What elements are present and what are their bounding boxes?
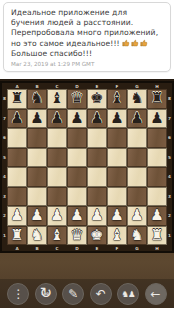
square-h1[interactable]: ♜: [147, 226, 167, 246]
file-label-a-bottom: A: [7, 245, 27, 251]
square-d6[interactable]: [67, 128, 87, 148]
bottom-toolbar: ⋮↻180°✎↶♞♟←: [0, 279, 174, 308]
square-h8[interactable]: ♜: [147, 89, 167, 109]
square-a2[interactable]: ♟: [7, 206, 27, 226]
square-b2[interactable]: ♟: [27, 206, 47, 226]
file-label-f-bottom: F: [107, 245, 127, 251]
piece-black-pawn: ♟: [30, 110, 43, 125]
square-b8[interactable]: ♞: [27, 89, 47, 109]
piece-black-pawn: ♟: [50, 110, 63, 125]
square-f6[interactable]: [107, 128, 127, 148]
piece-black-pawn: ♟: [130, 110, 143, 125]
square-c4[interactable]: [47, 167, 67, 187]
back-arrow-icon: ←: [151, 287, 161, 301]
square-d3[interactable]: [67, 187, 87, 207]
square-d1[interactable]: ♛: [67, 226, 87, 246]
file-label-d-bottom: D: [67, 245, 87, 251]
piece-black-knight: ♞: [30, 91, 43, 106]
square-c1[interactable]: ♝: [47, 226, 67, 246]
piece-black-bishop: ♝: [50, 91, 63, 106]
square-f7[interactable]: ♟: [107, 109, 127, 129]
square-a5[interactable]: [7, 148, 27, 168]
piece-white-pawn: ♟: [130, 208, 143, 223]
thumbs-up-icon: [122, 39, 149, 48]
more-options-button[interactable]: ⋮: [7, 283, 29, 305]
board-frame-corner: [167, 245, 172, 251]
square-h6[interactable]: [147, 128, 167, 148]
square-a8[interactable]: ♜: [7, 89, 27, 109]
rotate-board-button[interactable]: ↻180°: [35, 283, 57, 305]
rank-label-7-right: 7: [167, 109, 172, 129]
square-e2[interactable]: ♟: [87, 206, 107, 226]
square-f3[interactable]: [107, 187, 127, 207]
square-c5[interactable]: [47, 148, 67, 168]
square-h2[interactable]: ♟: [147, 206, 167, 226]
square-f2[interactable]: ♟: [107, 206, 127, 226]
square-e5[interactable]: [87, 148, 107, 168]
square-b3[interactable]: [27, 187, 47, 207]
piece-white-bishop: ♝: [110, 227, 123, 242]
square-h5[interactable]: [147, 148, 167, 168]
square-e7[interactable]: ♟: [87, 109, 107, 129]
rank-label-4-right: 4: [167, 167, 172, 187]
piece-black-knight: ♞: [130, 91, 143, 106]
square-c6[interactable]: [47, 128, 67, 148]
piece-white-pawn: ♟: [110, 208, 123, 223]
piece-white-king: ♚: [90, 227, 103, 242]
file-label-g-bottom: G: [127, 245, 147, 251]
review-date: Mar 23, 2019 at 1:29 PM GMT: [11, 61, 163, 67]
piece-black-rook: ♜: [150, 91, 163, 106]
square-d7[interactable]: ♟: [67, 109, 87, 129]
rank-label-8-right: 8: [167, 89, 172, 109]
square-a6[interactable]: [7, 128, 27, 148]
square-c8[interactable]: ♝: [47, 89, 67, 109]
square-a7[interactable]: ♟: [7, 109, 27, 129]
back-button[interactable]: ←: [145, 283, 167, 305]
square-g8[interactable]: ♞: [127, 89, 147, 109]
rank-label-2-right: 2: [167, 206, 172, 226]
square-c2[interactable]: ♟: [47, 206, 67, 226]
square-d2[interactable]: ♟: [67, 206, 87, 226]
thumbs-up-icon: [122, 39, 130, 47]
square-c7[interactable]: ♟: [47, 109, 67, 129]
file-label-h-bottom: H: [147, 245, 167, 251]
square-h3[interactable]: [147, 187, 167, 207]
piece-black-queen: ♛: [70, 91, 83, 106]
square-c3[interactable]: [47, 187, 67, 207]
square-b4[interactable]: [27, 167, 47, 187]
piece-white-queen: ♛: [70, 227, 83, 242]
square-a3[interactable]: [7, 187, 27, 207]
piece-black-pawn: ♟: [70, 110, 83, 125]
square-e1[interactable]: ♚: [87, 226, 107, 246]
rank-label-3-right: 3: [167, 187, 172, 207]
chess-board: ABCDEFGH8♜♞♝♛♚♝♞♜87♟♟♟♟♟♟♟♟7665544332♟♟♟…: [0, 81, 174, 253]
square-g2[interactable]: ♟: [127, 206, 147, 226]
piece-black-pawn: ♟: [150, 110, 163, 125]
piece-black-rook: ♜: [10, 91, 23, 106]
review-text-part2: Большое спасибо!!!: [11, 49, 163, 59]
square-f5[interactable]: [107, 148, 127, 168]
review-text: Идеальное приложение для бучения людей а…: [11, 8, 163, 59]
square-g3[interactable]: [127, 187, 147, 207]
square-f4[interactable]: [107, 167, 127, 187]
thumbs-up-icon: [140, 39, 148, 47]
piece-white-pawn: ♟: [30, 208, 43, 223]
piece-black-king: ♚: [90, 91, 103, 106]
piece-black-bishop: ♝: [110, 91, 123, 106]
square-e6[interactable]: [87, 128, 107, 148]
square-b7[interactable]: ♟: [27, 109, 47, 129]
square-e4[interactable]: [87, 167, 107, 187]
undo-arrow-icon: ↶: [96, 287, 106, 301]
square-a1[interactable]: ♜: [7, 226, 27, 246]
file-label-c-bottom: C: [47, 245, 67, 251]
square-d5[interactable]: [67, 148, 87, 168]
rank-label-6-right: 6: [167, 128, 172, 148]
piece-white-rook: ♜: [10, 227, 23, 242]
square-f8[interactable]: ♝: [107, 89, 127, 109]
file-label-b-bottom: B: [27, 245, 47, 251]
setup-pieces-button[interactable]: ♞♟: [117, 283, 139, 305]
square-g7[interactable]: ♟: [127, 109, 147, 129]
piece-white-pawn: ♟: [90, 208, 103, 223]
piece-white-knight: ♞: [30, 227, 43, 242]
square-b1[interactable]: ♞: [27, 226, 47, 246]
piece-black-pawn: ♟: [10, 110, 23, 125]
square-e8[interactable]: ♚: [87, 89, 107, 109]
notation-button[interactable]: ✎: [62, 283, 84, 305]
piece-white-pawn: ♟: [150, 208, 163, 223]
square-b5[interactable]: [27, 148, 47, 168]
vertical-dots-icon: ⋮: [12, 287, 24, 301]
square-d4[interactable]: [67, 167, 87, 187]
piece-white-pawn: ♟: [70, 208, 83, 223]
file-label-e-bottom: E: [87, 245, 107, 251]
piece-black-pawn: ♟: [110, 110, 123, 125]
chess-app-screenshot: ABCDEFGH8♜♞♝♛♚♝♞♜87♟♟♟♟♟♟♟♟7665544332♟♟♟…: [0, 79, 174, 308]
rank-label-1-right: 1: [167, 226, 172, 246]
square-g5[interactable]: [127, 148, 147, 168]
square-d8[interactable]: ♛: [67, 89, 87, 109]
square-e3[interactable]: [87, 187, 107, 207]
rank-label-5-right: 5: [167, 148, 172, 168]
square-f1[interactable]: ♝: [107, 226, 127, 246]
piece-white-pawn: ♟: [10, 208, 23, 223]
chess-pieces-icon: ♞♟: [121, 289, 134, 299]
rotate-180-label: 180°: [41, 292, 50, 296]
review-card: Идеальное приложение для бучения людей а…: [3, 2, 171, 72]
square-g4[interactable]: [127, 167, 147, 187]
notepad-pencil-icon: ✎: [68, 287, 78, 301]
piece-white-bishop: ♝: [50, 227, 63, 242]
square-h4[interactable]: [147, 167, 167, 187]
undo-move-button[interactable]: ↶: [90, 283, 112, 305]
square-h7[interactable]: ♟: [147, 109, 167, 129]
thumbs-up-icon: [131, 39, 139, 47]
square-g1[interactable]: ♞: [127, 226, 147, 246]
square-a4[interactable]: [7, 167, 27, 187]
square-g6[interactable]: [127, 128, 147, 148]
piece-white-pawn: ♟: [50, 208, 63, 223]
piece-white-knight: ♞: [130, 227, 143, 242]
piece-white-rook: ♜: [150, 227, 163, 242]
piece-black-pawn: ♟: [90, 110, 103, 125]
square-b6[interactable]: [27, 128, 47, 148]
